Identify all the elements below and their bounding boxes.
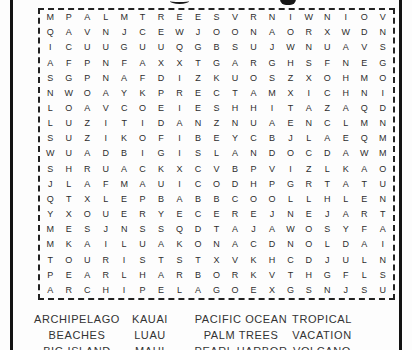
grid-cell: U — [244, 40, 262, 55]
grid-cell: A — [170, 116, 188, 131]
grid-cell: H — [133, 268, 151, 283]
grid-cell: A — [355, 162, 373, 177]
word-list-item: LUAU — [112, 327, 188, 343]
grid-cell: S — [78, 222, 96, 237]
grid-cell: N — [318, 283, 336, 298]
grid-cell: A — [337, 177, 355, 192]
grid-cell: A — [115, 71, 133, 86]
grid-cell: E — [152, 101, 170, 116]
grid-cell: P — [78, 55, 96, 70]
grid-cell: Y — [337, 222, 355, 237]
grid-cell: K — [244, 253, 262, 268]
grid-cell: L — [115, 237, 133, 252]
grid-cell: B — [152, 192, 170, 207]
grid-cell: I — [170, 71, 188, 86]
grid-cell: M — [374, 146, 392, 161]
grid-cell: I — [170, 146, 188, 161]
grid-cell: O — [263, 192, 281, 207]
grid-cell: Z — [300, 162, 318, 177]
grid-cell: L — [115, 268, 133, 283]
grid-cell: J — [263, 207, 281, 222]
grid-cell: A — [152, 237, 170, 252]
grid-cell: E — [337, 131, 355, 146]
grid-cell: R — [59, 283, 77, 298]
grid-cell: G — [318, 268, 336, 283]
grid-cell: C — [281, 253, 299, 268]
grid-cell: S — [300, 55, 318, 70]
grid-cell: A — [78, 268, 96, 283]
grid-cell: V — [263, 268, 281, 283]
grid-cell: A — [263, 116, 281, 131]
grid-cell: R — [78, 162, 96, 177]
grid-cell: U — [152, 177, 170, 192]
grid-cell: N — [374, 116, 392, 131]
grid-cell: L — [355, 253, 373, 268]
grid-cell: N — [281, 207, 299, 222]
grid-cell: I — [300, 86, 318, 101]
grid-cell: V — [78, 25, 96, 40]
grid-cell: O — [226, 25, 244, 40]
grid-cell: A — [78, 101, 96, 116]
grid-cell: R — [170, 86, 188, 101]
grid-cell: G — [207, 55, 225, 70]
grid-cell: S — [374, 268, 392, 283]
grid-cell: K — [115, 131, 133, 146]
grid-cell: E — [115, 192, 133, 207]
grid-cell: D — [226, 177, 244, 192]
grid-cell: W — [355, 146, 373, 161]
grid-cell: F — [355, 222, 373, 237]
grid-cell: B — [189, 131, 207, 146]
grid-cell: M — [41, 237, 59, 252]
grid-cell: I — [133, 146, 151, 161]
grid-cell: D — [318, 146, 336, 161]
grid-cell: O — [300, 222, 318, 237]
grid-cell: R — [300, 177, 318, 192]
grid-cell: S — [41, 71, 59, 86]
grid-cell: A — [337, 207, 355, 222]
grid-cell: K — [152, 162, 170, 177]
grid-cell: A — [96, 86, 114, 101]
grid-cell: A — [244, 86, 262, 101]
grid-cell: Q — [41, 192, 59, 207]
grid-cell: W — [281, 222, 299, 237]
grid-cell: I — [281, 10, 299, 25]
grid-cell: C — [244, 237, 262, 252]
grid-cell: D — [152, 71, 170, 86]
grid-cell: P — [133, 283, 151, 298]
grid-cell: L — [170, 283, 188, 298]
grid-cell: L — [59, 177, 77, 192]
grid-cell: U — [78, 40, 96, 55]
grid-cell: Q — [355, 101, 373, 116]
grid-cell: I — [374, 86, 392, 101]
grid-cell: Y — [152, 207, 170, 222]
grid-cell: A — [152, 268, 170, 283]
grid-cell: M — [115, 177, 133, 192]
grid-cell: J — [281, 131, 299, 146]
grid-cell: H — [318, 192, 336, 207]
grid-cell: U — [226, 71, 244, 86]
grid-cell: O — [59, 253, 77, 268]
grid-cell: U — [337, 253, 355, 268]
grid-cell: X — [281, 86, 299, 101]
grid-cell: C — [226, 192, 244, 207]
grid-cell: I — [170, 177, 188, 192]
grid-cell: R — [244, 55, 262, 70]
grid-cell: C — [133, 162, 151, 177]
grid-cell: D — [263, 146, 281, 161]
grid-cell: R — [300, 25, 318, 40]
grid-cell: N — [337, 55, 355, 70]
grid-cell: X — [263, 283, 281, 298]
grid-cell: N — [374, 25, 392, 40]
grid-cell: E — [207, 207, 225, 222]
grid-cell: F — [96, 177, 114, 192]
grid-cell: P — [78, 71, 96, 86]
grid-cell: G — [263, 55, 281, 70]
grid-cell: H — [337, 71, 355, 86]
grid-cell: R — [226, 268, 244, 283]
grid-cell: G — [281, 177, 299, 192]
grid-cell: C — [59, 40, 77, 55]
grid-cell: M — [41, 222, 59, 237]
grid-cell: G — [59, 71, 77, 86]
grid-cell: L — [337, 192, 355, 207]
grid-cell: I — [170, 101, 188, 116]
grid-cell: J — [41, 177, 59, 192]
grid-cell: K — [59, 237, 77, 252]
grid-cell: F — [318, 55, 336, 70]
grid-cell: C — [78, 283, 96, 298]
grid-cell: A — [41, 283, 59, 298]
grid-cell: A — [226, 146, 244, 161]
grid-cell: P — [41, 268, 59, 283]
grid-cell: G — [115, 40, 133, 55]
grid-cell: T — [152, 253, 170, 268]
grid-cell: T — [226, 86, 244, 101]
word-list-column: TROPICALVACATIONVOLCANO — [274, 311, 370, 350]
grid-cell: O — [78, 207, 96, 222]
grid-cell: O — [318, 71, 336, 86]
grid-cell: X — [78, 192, 96, 207]
grid-cell: S — [152, 222, 170, 237]
grid-cell: N — [318, 10, 336, 25]
grid-cell: D — [374, 101, 392, 116]
grid-cell: D — [189, 222, 207, 237]
grid-cell: M — [41, 10, 59, 25]
grid-cell: Q — [170, 40, 188, 55]
grid-cell: N — [281, 237, 299, 252]
grid-cell: D — [96, 146, 114, 161]
word-list-column: KAUAILUAUMAUI — [112, 311, 188, 350]
grid-cell: G — [207, 283, 225, 298]
grid-cell: B — [207, 40, 225, 55]
grid-cell: V — [96, 101, 114, 116]
grid-cell: I — [337, 10, 355, 25]
grid-cell: T — [318, 177, 336, 192]
grid-cell: O — [355, 10, 373, 25]
grid-cell: A — [133, 177, 151, 192]
grid-cell: T — [207, 222, 225, 237]
grid-cell: A — [263, 222, 281, 237]
grid-cell: L — [355, 268, 373, 283]
grid-cell: H — [244, 177, 262, 192]
grid-cell: W — [300, 10, 318, 25]
grid-cell: V — [355, 40, 373, 55]
grid-cell: S — [355, 283, 373, 298]
grid-cell: L — [96, 192, 114, 207]
grid-cell: L — [300, 192, 318, 207]
cropped-title-fragment — [170, 0, 189, 4]
grid-cell: N — [263, 10, 281, 25]
grid-cell: U — [318, 40, 336, 55]
grid-cell: S — [226, 40, 244, 55]
grid-cell: A — [337, 40, 355, 55]
grid-cell: F — [337, 268, 355, 283]
grid-cell: C — [189, 162, 207, 177]
word-list-item: VOLCANO — [274, 343, 370, 350]
grid-cell: N — [244, 25, 262, 40]
grid-cell: A — [355, 237, 373, 252]
grid-cell: S — [170, 253, 188, 268]
grid-cell: S — [207, 10, 225, 25]
grid-cell: J — [263, 40, 281, 55]
grid-cell: S — [133, 222, 151, 237]
grid-cell: H — [244, 101, 262, 116]
grid-cell: K — [244, 268, 262, 283]
grid-cell: M — [374, 131, 392, 146]
grid-cell: A — [59, 25, 77, 40]
grid-cell: V — [374, 10, 392, 25]
grid-cell: H — [281, 55, 299, 70]
grid-cell: N — [96, 71, 114, 86]
grid-cell: A — [263, 25, 281, 40]
grid-cell: J — [189, 25, 207, 40]
page-border-right — [399, 0, 402, 350]
grid-cell: C — [189, 177, 207, 192]
grid-cell: E — [281, 116, 299, 131]
grid-cell: L — [318, 237, 336, 252]
grid-cell: I — [115, 283, 133, 298]
grid-cell: B — [226, 162, 244, 177]
grid-cell: I — [170, 131, 188, 146]
grid-cell: C — [115, 101, 133, 116]
grid-cell: W — [281, 40, 299, 55]
grid-cell: O — [281, 146, 299, 161]
word-list-item: KAUAI — [112, 311, 188, 327]
grid-cell: Q — [355, 131, 373, 146]
grid-cell: G — [374, 55, 392, 70]
cropped-title-fragment — [280, 0, 296, 5]
grid-cell: U — [374, 283, 392, 298]
word-search-grid-box: MPALMTREESVRNIWNIOVQAVNJCEWJOONAORXWDNIC… — [38, 8, 395, 300]
grid-cell: H — [96, 283, 114, 298]
page-border-left — [10, 0, 13, 350]
grid-cell: G — [189, 40, 207, 55]
grid-cell: C — [189, 207, 207, 222]
grid-cell: I — [263, 101, 281, 116]
grid-cell: I — [96, 131, 114, 146]
grid-cell: C — [207, 86, 225, 101]
grid-cell: R — [133, 207, 151, 222]
grid-cell: O — [133, 131, 151, 146]
grid-cell: N — [41, 86, 59, 101]
grid-cell: C — [318, 86, 336, 101]
grid-cell: A — [226, 55, 244, 70]
grid-cell: O — [226, 283, 244, 298]
grid-cell: A — [189, 283, 207, 298]
grid-cell: C — [300, 146, 318, 161]
grid-cell: O — [78, 86, 96, 101]
grid-cell: T — [189, 253, 207, 268]
grid-cell: M — [355, 116, 373, 131]
grid-cell: E — [189, 101, 207, 116]
grid-cell: N — [374, 253, 392, 268]
grid-cell: E — [244, 283, 262, 298]
grid-cell: X — [170, 162, 188, 177]
grid-cell: E — [189, 86, 207, 101]
grid-cell: L — [300, 131, 318, 146]
grid-cell: S — [133, 253, 151, 268]
grid-cell: J — [318, 253, 336, 268]
grid-cell: O — [244, 71, 262, 86]
grid-cell: O — [207, 177, 225, 192]
grid-cell: A — [133, 55, 151, 70]
grid-cell: A — [78, 146, 96, 161]
grid-cell: Z — [78, 116, 96, 131]
grid-cell: J — [244, 222, 262, 237]
grid-cell: P — [244, 162, 262, 177]
grid-cell: U — [96, 40, 114, 55]
grid-cell: S — [41, 131, 59, 146]
grid-cell: U — [59, 146, 77, 161]
grid-cell: R — [96, 253, 114, 268]
grid-cell: A — [337, 146, 355, 161]
grid-cell: L — [318, 162, 336, 177]
grid-cell: X — [59, 207, 77, 222]
grid-cell: N — [96, 55, 114, 70]
grid-cell: I — [133, 116, 151, 131]
grid-cell: S — [374, 40, 392, 55]
grid-cell: N — [115, 222, 133, 237]
grid-cell: K — [207, 71, 225, 86]
grid-cell: E — [59, 268, 77, 283]
grid-cell: X — [300, 71, 318, 86]
grid-cell: O — [207, 268, 225, 283]
grid-cell: R — [226, 207, 244, 222]
grid-cell: E — [152, 25, 170, 40]
grid-cell: S — [300, 283, 318, 298]
grid-cell: T — [355, 177, 373, 192]
grid-cell: A — [300, 101, 318, 116]
grid-cell: N — [300, 116, 318, 131]
grid-cell: G — [281, 283, 299, 298]
grid-cell: U — [96, 162, 114, 177]
grid-cell: I — [41, 40, 59, 55]
grid-cell: R — [152, 10, 170, 25]
grid-cell: A — [78, 177, 96, 192]
grid-cell: C — [318, 116, 336, 131]
grid-cell: T — [281, 268, 299, 283]
grid-cell: E — [300, 207, 318, 222]
grid-cell: V — [226, 253, 244, 268]
grid-cell: L — [96, 10, 114, 25]
grid-cell: F — [115, 55, 133, 70]
grid-cell: N — [244, 146, 262, 161]
grid-cell: B — [189, 192, 207, 207]
grid-cell: U — [59, 131, 77, 146]
grid-cell: S — [318, 222, 336, 237]
grid-cell: A — [226, 222, 244, 237]
grid-cell: X — [152, 55, 170, 70]
grid-cell: A — [115, 162, 133, 177]
grid-cell: C — [133, 25, 151, 40]
grid-cell: Y — [41, 207, 59, 222]
grid-cell: R — [244, 10, 262, 25]
grid-cell: I — [281, 162, 299, 177]
grid-cell: A — [226, 237, 244, 252]
grid-cell: F — [152, 131, 170, 146]
grid-cell: W — [59, 86, 77, 101]
grid-cell: E — [355, 55, 373, 70]
grid-cell: L — [41, 101, 59, 116]
grid-cell: W — [41, 146, 59, 161]
grid-cell: V — [263, 162, 281, 177]
grid-cell: E — [244, 207, 262, 222]
grid-cell: F — [59, 55, 77, 70]
grid-cell: V — [226, 10, 244, 25]
word-list: ARCHIPELAGOBEACHESBIG ISLANDKAUAILUAUMAU… — [0, 311, 412, 350]
grid-cell: L — [41, 116, 59, 131]
grid-cell: P — [133, 192, 151, 207]
grid-cell: Y — [115, 86, 133, 101]
grid-cell: M — [355, 71, 373, 86]
grid-cell: E — [170, 10, 188, 25]
grid-cell: B — [189, 268, 207, 283]
grid-cell: E — [189, 10, 207, 25]
grid-cell: L — [207, 146, 225, 161]
grid-cell: A — [41, 55, 59, 70]
grid-cell: T — [281, 101, 299, 116]
word-list-item: TROPICAL — [274, 311, 370, 327]
grid-cell: T — [41, 253, 59, 268]
grid-cell: U — [96, 207, 114, 222]
grid-cell: F — [133, 71, 151, 86]
grid-cell: D — [300, 253, 318, 268]
grid-cell: X — [207, 253, 225, 268]
grid-cell: D — [263, 237, 281, 252]
grid-cell: E — [115, 207, 133, 222]
grid-cell: S — [41, 162, 59, 177]
grid-cell: J — [115, 25, 133, 40]
grid-cell: N — [226, 116, 244, 131]
grid-cell: U — [78, 253, 96, 268]
grid-cell: O — [300, 237, 318, 252]
grid-cell: B — [207, 192, 225, 207]
grid-cell: M — [263, 86, 281, 101]
grid-cell: E — [207, 131, 225, 146]
grid-cell: K — [337, 162, 355, 177]
grid-cell: W — [337, 25, 355, 40]
grid-cell: B — [263, 131, 281, 146]
grid-cell: E — [355, 192, 373, 207]
grid-cell: A — [78, 237, 96, 252]
grid-cell: X — [318, 25, 336, 40]
grid-cell: D — [152, 116, 170, 131]
grid-cell: Z — [318, 101, 336, 116]
grid-cell: A — [337, 101, 355, 116]
